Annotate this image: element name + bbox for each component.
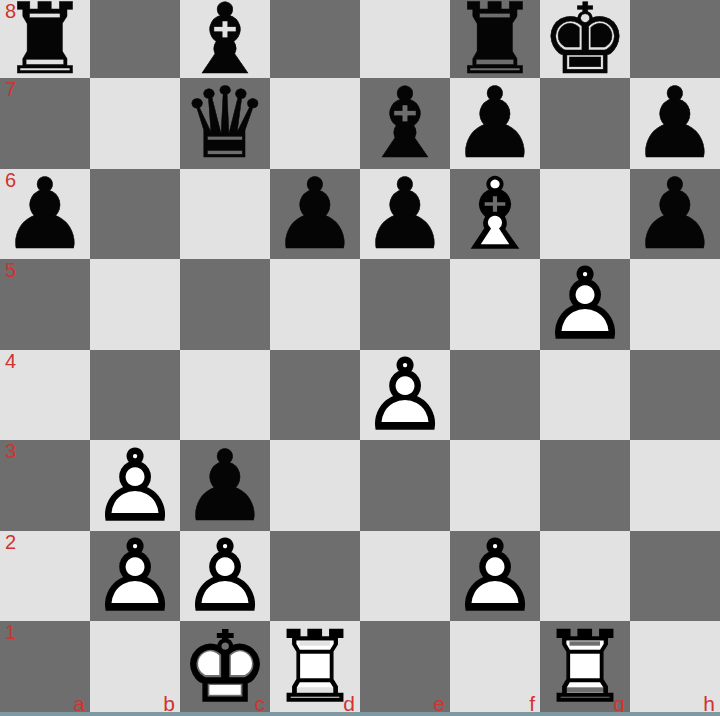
square-c1[interactable]: c♚♔: [180, 621, 270, 712]
square-h8[interactable]: [630, 0, 720, 78]
black-piece-fill-layer: ♜: [450, 0, 540, 78]
white-piece-fill-layer: ♜: [270, 621, 360, 712]
square-c6[interactable]: [180, 169, 270, 260]
square-h7[interactable]: ♟: [630, 78, 720, 169]
square-g8[interactable]: ♚: [540, 0, 630, 78]
square-f2[interactable]: ♟♙: [450, 531, 540, 622]
square-d1[interactable]: d♜♖: [270, 621, 360, 712]
piece-black-rook[interactable]: ♜: [0, 0, 90, 78]
white-piece-outline-layer: ♙: [450, 531, 540, 622]
white-piece-fill-layer: ♟: [540, 259, 630, 350]
square-d2[interactable]: [270, 531, 360, 622]
square-e3[interactable]: [360, 440, 450, 531]
rank-label-1: 1: [5, 621, 16, 643]
square-f6[interactable]: ♝♗: [450, 169, 540, 260]
piece-white-rook[interactable]: ♜♖: [270, 621, 360, 712]
piece-black-bishop[interactable]: ♝: [180, 0, 270, 78]
white-piece-fill-layer: ♜: [540, 621, 630, 712]
square-g5[interactable]: ♟♙: [540, 259, 630, 350]
square-h2[interactable]: [630, 531, 720, 622]
white-piece-outline-layer: ♗: [450, 169, 540, 260]
piece-white-pawn[interactable]: ♟♙: [90, 531, 180, 622]
square-f8[interactable]: ♜: [450, 0, 540, 78]
square-a8[interactable]: 8♜: [0, 0, 90, 78]
square-f5[interactable]: [450, 259, 540, 350]
black-piece-fill-layer: ♝: [180, 0, 270, 78]
square-b2[interactable]: ♟♙: [90, 531, 180, 622]
piece-white-king[interactable]: ♚♔: [180, 621, 270, 712]
white-piece-outline-layer: ♖: [270, 621, 360, 712]
black-piece-fill-layer: ♟: [360, 169, 450, 260]
square-f7[interactable]: ♟: [450, 78, 540, 169]
piece-black-king[interactable]: ♚: [540, 0, 630, 78]
piece-black-pawn[interactable]: ♟: [360, 169, 450, 260]
piece-black-pawn[interactable]: ♟: [0, 169, 90, 260]
chess-board: 8♜♝♜♚7♛♝♟♟6♟♟♟♝♗♟5♟♙4♟♙3♟♙♟2♟♙♟♙♟♙1abc♚♔…: [0, 0, 720, 712]
rank-label-7: 7: [5, 78, 16, 100]
piece-white-pawn[interactable]: ♟♙: [180, 531, 270, 622]
white-piece-outline-layer: ♙: [540, 259, 630, 350]
piece-black-rook[interactable]: ♜: [450, 0, 540, 78]
black-piece-fill-layer: ♚: [540, 0, 630, 78]
square-b7[interactable]: [90, 78, 180, 169]
piece-black-queen[interactable]: ♛: [180, 78, 270, 169]
piece-white-pawn[interactable]: ♟♙: [90, 440, 180, 531]
square-d8[interactable]: [270, 0, 360, 78]
piece-white-bishop[interactable]: ♝♗: [450, 169, 540, 260]
square-a2[interactable]: 2: [0, 531, 90, 622]
square-g7[interactable]: [540, 78, 630, 169]
square-d6[interactable]: ♟: [270, 169, 360, 260]
rank-label-5: 5: [5, 259, 16, 281]
black-piece-fill-layer: ♟: [630, 169, 720, 260]
square-b5[interactable]: [90, 259, 180, 350]
rank-label-3: 3: [5, 440, 16, 462]
square-d5[interactable]: [270, 259, 360, 350]
white-piece-outline-layer: ♖: [540, 621, 630, 712]
square-f1[interactable]: f: [450, 621, 540, 712]
white-piece-outline-layer: ♙: [360, 350, 450, 441]
square-c3[interactable]: ♟: [180, 440, 270, 531]
square-c8[interactable]: ♝: [180, 0, 270, 78]
white-piece-fill-layer: ♟: [360, 350, 450, 441]
square-b3[interactable]: ♟♙: [90, 440, 180, 531]
square-e6[interactable]: ♟: [360, 169, 450, 260]
square-h3[interactable]: [630, 440, 720, 531]
black-piece-fill-layer: ♛: [180, 78, 270, 169]
white-piece-fill-layer: ♟: [90, 531, 180, 622]
piece-black-pawn[interactable]: ♟: [630, 78, 720, 169]
bottom-bar: [0, 712, 720, 716]
black-piece-fill-layer: ♟: [270, 169, 360, 260]
square-g1[interactable]: g♜♖: [540, 621, 630, 712]
square-c4[interactable]: [180, 350, 270, 441]
piece-black-pawn[interactable]: ♟: [450, 78, 540, 169]
black-piece-fill-layer: ♜: [0, 0, 90, 78]
rank-label-2: 2: [5, 531, 16, 553]
white-piece-outline-layer: ♙: [90, 440, 180, 531]
black-piece-fill-layer: ♟: [0, 169, 90, 260]
square-b6[interactable]: [90, 169, 180, 260]
square-e2[interactable]: [360, 531, 450, 622]
square-e7[interactable]: ♝: [360, 78, 450, 169]
square-g3[interactable]: [540, 440, 630, 531]
square-h6[interactable]: ♟: [630, 169, 720, 260]
square-b1[interactable]: b: [90, 621, 180, 712]
square-b8[interactable]: [90, 0, 180, 78]
white-piece-fill-layer: ♟: [90, 440, 180, 531]
piece-white-pawn[interactable]: ♟♙: [450, 531, 540, 622]
square-b4[interactable]: [90, 350, 180, 441]
white-piece-outline-layer: ♙: [180, 531, 270, 622]
white-piece-outline-layer: ♔: [180, 621, 270, 712]
black-piece-fill-layer: ♝: [360, 78, 450, 169]
square-d3[interactable]: [270, 440, 360, 531]
white-piece-outline-layer: ♙: [90, 531, 180, 622]
piece-white-pawn[interactable]: ♟♙: [540, 259, 630, 350]
square-e5[interactable]: [360, 259, 450, 350]
piece-black-bishop[interactable]: ♝: [360, 78, 450, 169]
white-piece-fill-layer: ♝: [450, 169, 540, 260]
square-c2[interactable]: ♟♙: [180, 531, 270, 622]
square-c5[interactable]: [180, 259, 270, 350]
square-f3[interactable]: [450, 440, 540, 531]
piece-black-pawn[interactable]: ♟: [630, 169, 720, 260]
square-a1[interactable]: 1a: [0, 621, 90, 712]
rank-label-4: 4: [5, 350, 16, 372]
white-piece-fill-layer: ♟: [450, 531, 540, 622]
black-piece-fill-layer: ♟: [180, 440, 270, 531]
square-a4[interactable]: 4: [0, 350, 90, 441]
square-g2[interactable]: [540, 531, 630, 622]
square-c7[interactable]: ♛: [180, 78, 270, 169]
square-g6[interactable]: [540, 169, 630, 260]
black-piece-fill-layer: ♟: [450, 78, 540, 169]
square-h4[interactable]: [630, 350, 720, 441]
black-piece-fill-layer: ♟: [630, 78, 720, 169]
square-e1[interactable]: e: [360, 621, 450, 712]
square-d7[interactable]: [270, 78, 360, 169]
square-d4[interactable]: [270, 350, 360, 441]
piece-white-rook[interactable]: ♜♖: [540, 621, 630, 712]
square-h5[interactable]: [630, 259, 720, 350]
piece-white-pawn[interactable]: ♟♙: [360, 350, 450, 441]
chess-app-screen: 8♜♝♜♚7♛♝♟♟6♟♟♟♝♗♟5♟♙4♟♙3♟♙♟2♟♙♟♙♟♙1abc♚♔…: [0, 0, 720, 716]
square-a3[interactable]: 3: [0, 440, 90, 531]
square-e8[interactable]: [360, 0, 450, 78]
square-a7[interactable]: 7: [0, 78, 90, 169]
square-a5[interactable]: 5: [0, 259, 90, 350]
white-piece-fill-layer: ♟: [180, 531, 270, 622]
square-a6[interactable]: 6♟: [0, 169, 90, 260]
piece-black-pawn[interactable]: ♟: [270, 169, 360, 260]
square-h1[interactable]: h: [630, 621, 720, 712]
square-e4[interactable]: ♟♙: [360, 350, 450, 441]
piece-black-pawn[interactable]: ♟: [180, 440, 270, 531]
square-f4[interactable]: [450, 350, 540, 441]
white-piece-fill-layer: ♚: [180, 621, 270, 712]
square-g4[interactable]: [540, 350, 630, 441]
